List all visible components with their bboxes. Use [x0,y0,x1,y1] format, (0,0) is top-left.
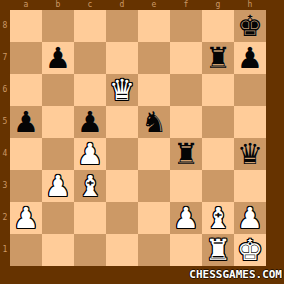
square-f5[interactable] [170,106,202,138]
white-pawn-c4[interactable]: ♟ [77,138,103,170]
square-e4[interactable] [138,138,170,170]
square-g4[interactable] [202,138,234,170]
square-f2[interactable]: ♟ [170,202,202,234]
square-h7[interactable]: ♟ [234,42,266,74]
square-a7[interactable] [10,42,42,74]
square-a2[interactable]: ♟ [10,202,42,234]
rank-label-2: 2 [0,202,10,234]
black-rook-g7[interactable]: ♜ [205,42,231,74]
square-c8[interactable] [74,10,106,42]
square-h8[interactable]: ♚ [234,10,266,42]
square-g5[interactable] [202,106,234,138]
file-label-c: c [74,0,106,10]
square-f3[interactable] [170,170,202,202]
black-queen-h4[interactable]: ♛ [237,138,263,170]
square-g2[interactable]: ♝ [202,202,234,234]
square-e3[interactable] [138,170,170,202]
black-pawn-b7[interactable]: ♟ [45,42,71,74]
square-d2[interactable] [106,202,138,234]
square-c1[interactable] [74,234,106,266]
square-h5[interactable] [234,106,266,138]
black-pawn-c5[interactable]: ♟ [77,106,103,138]
white-pawn-a2[interactable]: ♟ [13,202,39,234]
square-d3[interactable] [106,170,138,202]
black-rook-f4[interactable]: ♜ [173,138,199,170]
square-f7[interactable] [170,42,202,74]
square-e5[interactable]: ♞ [138,106,170,138]
square-c4[interactable]: ♟ [74,138,106,170]
rank-label-7: 7 [0,42,10,74]
black-king-h8[interactable]: ♚ [237,10,263,42]
square-a6[interactable] [10,74,42,106]
square-a8[interactable] [10,10,42,42]
white-bishop-g2[interactable]: ♝ [205,202,231,234]
square-a4[interactable] [10,138,42,170]
square-a5[interactable]: ♟ [10,106,42,138]
square-f4[interactable]: ♜ [170,138,202,170]
square-b1[interactable] [42,234,74,266]
square-g8[interactable] [202,10,234,42]
white-bishop-c3[interactable]: ♝ [77,170,103,202]
square-c5[interactable]: ♟ [74,106,106,138]
rank-label-8: 8 [0,10,10,42]
file-label-d: d [106,0,138,10]
file-labels: abcdefgh [10,0,266,10]
square-e1[interactable] [138,234,170,266]
square-c6[interactable] [74,74,106,106]
white-pawn-b3[interactable]: ♟ [45,170,71,202]
white-pawn-h2[interactable]: ♟ [237,202,263,234]
square-h1[interactable]: ♚ [234,234,266,266]
square-h4[interactable]: ♛ [234,138,266,170]
square-g7[interactable]: ♜ [202,42,234,74]
square-b8[interactable] [42,10,74,42]
rank-label-1: 1 [0,234,10,266]
white-king-h1[interactable]: ♚ [237,234,263,266]
rank-label-5: 5 [0,106,10,138]
file-label-g: g [202,0,234,10]
square-c3[interactable]: ♝ [74,170,106,202]
square-e2[interactable] [138,202,170,234]
rank-label-3: 3 [0,170,10,202]
rank-labels: 87654321 [0,10,10,266]
black-pawn-h7[interactable]: ♟ [237,42,263,74]
white-queen-d6[interactable]: ♛ [109,74,135,106]
square-d4[interactable] [106,138,138,170]
square-b2[interactable] [42,202,74,234]
file-label-f: f [170,0,202,10]
square-e7[interactable] [138,42,170,74]
square-a3[interactable] [10,170,42,202]
rank-label-6: 6 [0,74,10,106]
square-d6[interactable]: ♛ [106,74,138,106]
square-f6[interactable] [170,74,202,106]
square-c7[interactable] [74,42,106,74]
square-a1[interactable] [10,234,42,266]
black-knight-e5[interactable]: ♞ [141,106,167,138]
square-g1[interactable]: ♜ [202,234,234,266]
square-d1[interactable] [106,234,138,266]
square-b5[interactable] [42,106,74,138]
file-label-b: b [42,0,74,10]
square-e6[interactable] [138,74,170,106]
square-d5[interactable] [106,106,138,138]
square-d7[interactable] [106,42,138,74]
square-g6[interactable] [202,74,234,106]
chess-board-frame: abcdefgh 87654321 ♚♟♜♟♛♟♟♞♟♜♛♟♝♟♟♝♟♜♚ CH… [0,0,284,284]
square-c2[interactable] [74,202,106,234]
square-f1[interactable] [170,234,202,266]
square-b6[interactable] [42,74,74,106]
square-h6[interactable] [234,74,266,106]
square-b4[interactable] [42,138,74,170]
square-e8[interactable] [138,10,170,42]
chessgames-watermark: CHESSGAMES.COM [189,268,282,281]
black-pawn-a5[interactable]: ♟ [13,106,39,138]
file-label-a: a [10,0,42,10]
square-d8[interactable] [106,10,138,42]
white-pawn-f2[interactable]: ♟ [173,202,199,234]
square-b7[interactable]: ♟ [42,42,74,74]
chess-board: ♚♟♜♟♛♟♟♞♟♜♛♟♝♟♟♝♟♜♚ [10,10,266,266]
square-g3[interactable] [202,170,234,202]
rank-label-4: 4 [0,138,10,170]
white-rook-g1[interactable]: ♜ [205,234,231,266]
square-f8[interactable] [170,10,202,42]
square-b3[interactable]: ♟ [42,170,74,202]
file-label-e: e [138,0,170,10]
square-h3[interactable] [234,170,266,202]
square-h2[interactable]: ♟ [234,202,266,234]
